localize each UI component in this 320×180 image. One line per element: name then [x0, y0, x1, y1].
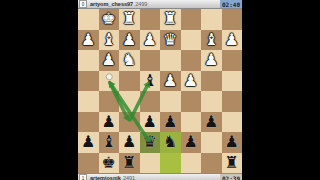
square-f4[interactable] [119, 71, 140, 92]
square-g3[interactable]: ♟ [99, 50, 120, 71]
white-bishop-g2: ♝ [102, 30, 116, 51]
black-pawn-h7: ♟ [81, 132, 95, 153]
square-d8[interactable] [160, 153, 181, 174]
black-knight-d7: ♞ [163, 132, 177, 153]
square-e7[interactable]: ♛ [140, 132, 161, 153]
white-pawn-a2: ♟ [225, 30, 239, 51]
black-pawn-g6: ♟ [102, 112, 116, 133]
white-rook-d1: ♜ [163, 9, 177, 30]
bottom-player-rating: 2491 [123, 175, 135, 180]
square-c1[interactable] [181, 9, 202, 30]
bottom-player-clock: 02:39 [220, 174, 242, 180]
bottom-player-score-box: 1 [79, 174, 87, 180]
black-pawn-e6: ♟ [143, 112, 157, 133]
white-bishop-b2: ♝ [204, 30, 218, 51]
top-player-clock: 02:40 [220, 0, 242, 8]
chess-board-wrap: ♚♜♜♟♝♟♟♛♝♟♟♞♟♝♟♟♟♟♟♟♟♝♟♛♞♟♟♚♜♜ [78, 9, 242, 173]
square-b1[interactable] [201, 9, 222, 30]
black-pawn-f7: ♟ [122, 132, 136, 153]
square-h4[interactable] [78, 71, 99, 92]
white-rook-f1: ♜ [122, 9, 136, 30]
square-c2[interactable] [181, 30, 202, 51]
black-pawn-b6: ♟ [204, 112, 218, 133]
white-pawn-e2: ♟ [143, 30, 157, 51]
square-g6[interactable]: ♟ [99, 112, 120, 133]
square-a4[interactable] [222, 71, 243, 92]
square-a6[interactable] [222, 112, 243, 133]
square-d7[interactable]: ♞ [160, 132, 181, 153]
white-pawn-d4: ♟ [163, 71, 177, 92]
black-bishop-e4: ♝ [143, 71, 157, 92]
black-king-g8: ♚ [102, 153, 116, 174]
square-h5[interactable] [78, 91, 99, 112]
square-b6[interactable]: ♟ [201, 112, 222, 133]
black-bishop-g7: ♝ [102, 132, 116, 153]
square-d6[interactable]: ♟ [160, 112, 181, 133]
square-b3[interactable]: ♟ [201, 50, 222, 71]
square-a5[interactable] [222, 91, 243, 112]
square-b5[interactable] [201, 91, 222, 112]
black-rook-a8: ♜ [225, 153, 239, 174]
top-player-rating: 2499 [135, 1, 147, 7]
square-c3[interactable] [181, 50, 202, 71]
square-b7[interactable] [201, 132, 222, 153]
black-queen-e7: ♛ [143, 132, 157, 153]
game-column: 0 artyom_chess97 2499 02:40 ♚♜♜♟♝♟♟♛♝♟♟♞… [78, 0, 242, 180]
square-g5[interactable] [99, 91, 120, 112]
square-c4[interactable]: ♟ [181, 71, 202, 92]
square-f8[interactable]: ♜ [119, 153, 140, 174]
square-c6[interactable] [181, 112, 202, 133]
black-pawn-d6: ♟ [163, 112, 177, 133]
square-e2[interactable]: ♟ [140, 30, 161, 51]
black-pawn-a7: ♟ [225, 132, 239, 153]
square-f7[interactable]: ♟ [119, 132, 140, 153]
bottom-player-name: artemiosnik [90, 175, 121, 180]
square-g2[interactable]: ♝ [99, 30, 120, 51]
square-f5[interactable] [119, 91, 140, 112]
square-g1[interactable]: ♚ [99, 9, 120, 30]
white-queen-d2: ♛ [163, 30, 177, 51]
square-d4[interactable]: ♟ [160, 71, 181, 92]
square-a7[interactable]: ♟ [222, 132, 243, 153]
square-a2[interactable]: ♟ [222, 30, 243, 51]
square-h7[interactable]: ♟ [78, 132, 99, 153]
square-g8[interactable]: ♚ [99, 153, 120, 174]
square-h6[interactable] [78, 112, 99, 133]
square-h1[interactable] [78, 9, 99, 30]
white-pawn-h2: ♟ [81, 30, 95, 51]
square-b8[interactable] [201, 153, 222, 174]
square-a8[interactable]: ♜ [222, 153, 243, 174]
square-f2[interactable]: ♟ [119, 30, 140, 51]
square-f1[interactable]: ♜ [119, 9, 140, 30]
square-e6[interactable]: ♟ [140, 112, 161, 133]
square-c8[interactable] [181, 153, 202, 174]
square-g4[interactable] [99, 71, 120, 92]
black-pawn-c7: ♟ [184, 132, 198, 153]
bottom-player-bar: 1 artemiosnik 2491 02:39 [78, 173, 242, 180]
square-a3[interactable] [222, 50, 243, 71]
square-h3[interactable] [78, 50, 99, 71]
white-pawn-c4: ♟ [184, 71, 198, 92]
top-player-score-box: 0 [79, 0, 87, 8]
square-f3[interactable]: ♞ [119, 50, 140, 71]
square-b4[interactable] [201, 71, 222, 92]
video-frame: 0 artyom_chess97 2499 02:40 ♚♜♜♟♝♟♟♛♝♟♟♞… [0, 0, 320, 180]
white-pawn-g3: ♟ [102, 50, 116, 71]
square-h8[interactable] [78, 153, 99, 174]
top-player-name: artyom_chess97 [90, 1, 133, 7]
square-g7[interactable]: ♝ [99, 132, 120, 153]
square-d1[interactable]: ♜ [160, 9, 181, 30]
square-b2[interactable]: ♝ [201, 30, 222, 51]
white-pawn-f2: ♟ [122, 30, 136, 51]
square-c5[interactable] [181, 91, 202, 112]
black-rook-f8: ♜ [122, 153, 136, 174]
square-e1[interactable] [140, 9, 161, 30]
square-c7[interactable]: ♟ [181, 132, 202, 153]
square-f6[interactable] [119, 112, 140, 133]
square-h2[interactable]: ♟ [78, 30, 99, 51]
white-pawn-b3: ♟ [204, 50, 218, 71]
square-e4[interactable]: ♝ [140, 71, 161, 92]
square-e8[interactable] [140, 153, 161, 174]
square-e3[interactable] [140, 50, 161, 71]
square-d2[interactable]: ♛ [160, 30, 181, 51]
white-king-g1: ♚ [102, 9, 116, 30]
square-a1[interactable] [222, 9, 243, 30]
square-e5[interactable] [140, 91, 161, 112]
top-player-bar: 0 artyom_chess97 2499 02:40 [78, 0, 242, 9]
square-d5[interactable] [160, 91, 181, 112]
chess-board[interactable]: ♚♜♜♟♝♟♟♛♝♟♟♞♟♝♟♟♟♟♟♟♟♝♟♛♞♟♟♚♜♜ [78, 9, 242, 173]
white-knight-f3: ♞ [122, 50, 136, 71]
square-d3[interactable] [160, 50, 181, 71]
